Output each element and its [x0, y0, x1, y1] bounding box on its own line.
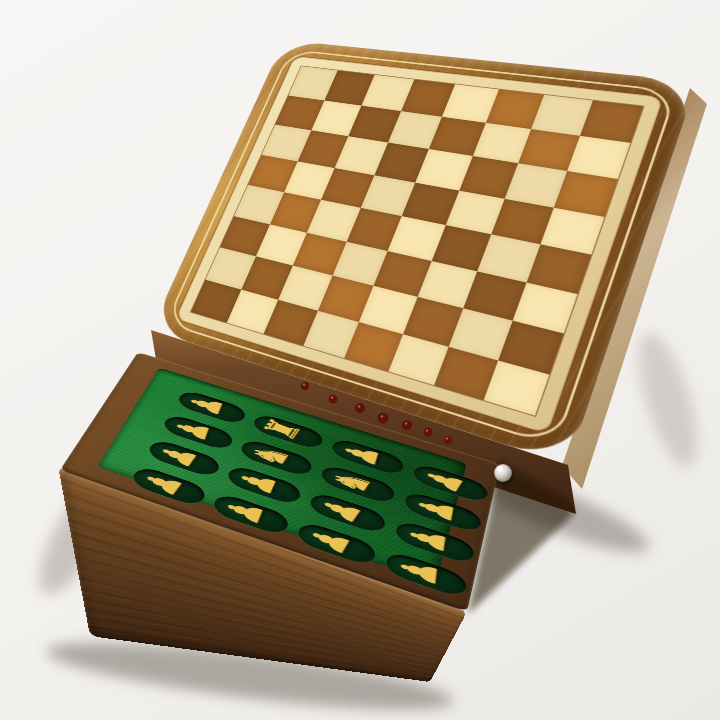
red-bead-highlight-icon [331, 396, 333, 398]
red-bead [355, 403, 365, 413]
red-bead-highlight-icon [303, 383, 305, 385]
red-bead-highlight-icon [405, 422, 407, 424]
red-bead [424, 428, 433, 437]
drawer-knob[interactable] [494, 464, 512, 482]
red-bead [444, 436, 452, 444]
floor-shadow-box-right [626, 327, 709, 474]
red-bead [378, 413, 389, 424]
red-bead-highlight-icon [381, 415, 383, 417]
red-bead-highlight-icon [446, 437, 448, 439]
red-bead-highlight-icon [358, 405, 360, 407]
red-bead [301, 382, 309, 390]
red-bead [329, 395, 338, 404]
knob-highlight-icon [497, 466, 502, 471]
red-bead [402, 420, 412, 430]
red-bead-highlight-icon [426, 429, 428, 431]
chess-set-photo: Wooden magnetic travel chess set with an… [0, 0, 720, 720]
